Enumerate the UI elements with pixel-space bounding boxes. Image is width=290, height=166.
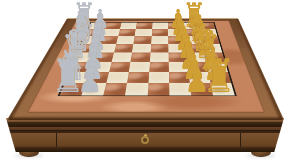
chess-set-photo: ♜♞♝♛♚♝♞♜♟♟♟♟♟♟♟♟♟♟♟♟♟♟♟♟♜♞♝♛♚♝♞♜ (0, 0, 290, 166)
square (112, 53, 132, 62)
square (129, 62, 149, 72)
square (190, 83, 213, 95)
square (187, 62, 208, 72)
square (150, 44, 168, 52)
board-top (7, 18, 284, 120)
square (168, 29, 185, 36)
square (206, 62, 228, 72)
chess-board (60, 23, 235, 96)
square (125, 83, 148, 95)
briar-border (27, 21, 265, 113)
square (208, 72, 231, 83)
square (169, 83, 191, 95)
square (135, 29, 152, 36)
square (188, 72, 210, 83)
square (103, 83, 127, 95)
square (201, 36, 220, 44)
square (118, 29, 136, 36)
square (169, 72, 190, 83)
square (168, 62, 188, 72)
square (202, 44, 222, 52)
square (107, 72, 130, 83)
square (150, 53, 169, 62)
square (168, 44, 186, 52)
square (148, 72, 169, 83)
square (114, 44, 133, 52)
square (204, 53, 225, 62)
square (210, 83, 234, 95)
square (199, 29, 217, 36)
square (151, 29, 168, 36)
square (131, 53, 150, 62)
square (168, 53, 187, 62)
square (149, 62, 169, 72)
square (151, 36, 168, 44)
square (147, 83, 169, 95)
square (134, 36, 152, 44)
square (184, 29, 201, 36)
square (184, 36, 202, 44)
square (186, 53, 206, 62)
square (168, 36, 185, 44)
square (185, 44, 204, 52)
square (109, 62, 130, 72)
square (132, 44, 151, 52)
board-scene (0, 0, 290, 166)
square (116, 36, 134, 44)
square (127, 72, 149, 83)
